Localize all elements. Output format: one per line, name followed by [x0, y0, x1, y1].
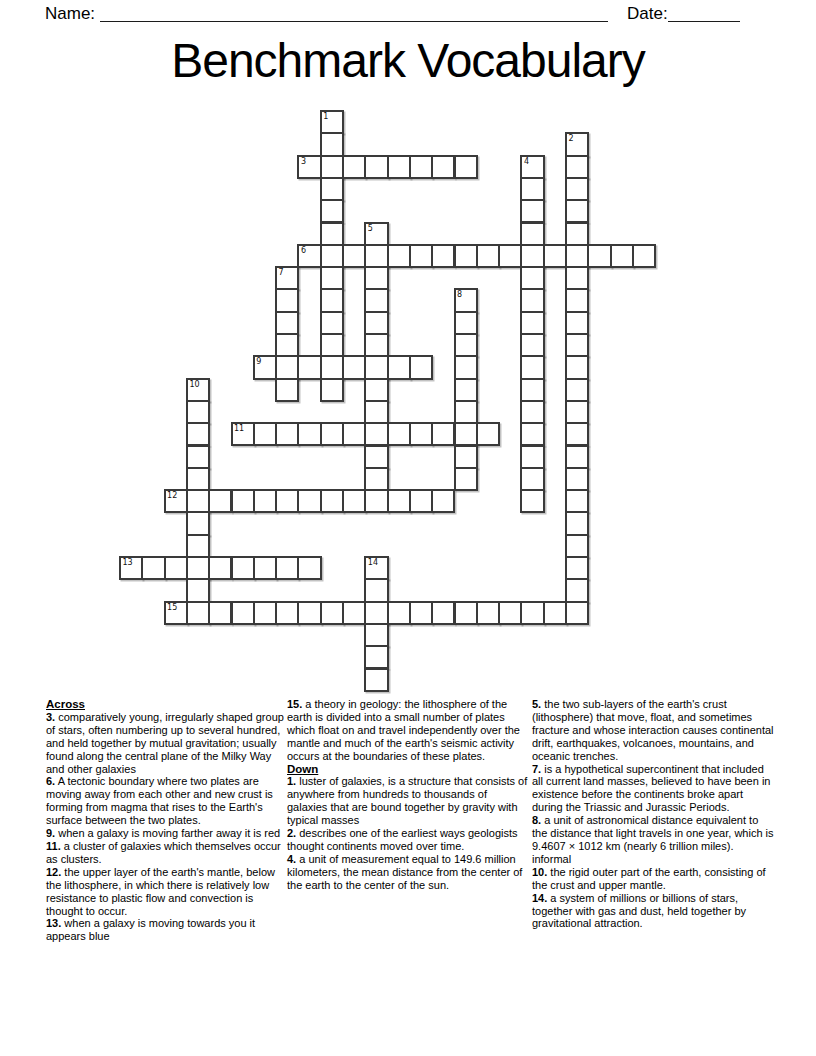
grid-cell[interactable] [565, 266, 589, 290]
grid-cell[interactable] [387, 355, 411, 379]
grid-cell[interactable] [275, 489, 299, 513]
clue-number-label: 1. [287, 775, 296, 787]
grid-cell[interactable] [320, 489, 344, 513]
clue-number: 8 [457, 290, 462, 299]
grid-cell[interactable] [520, 422, 544, 446]
grid-cell[interactable] [186, 467, 210, 491]
grid-cell[interactable] [186, 556, 210, 580]
grid-cell[interactable] [409, 155, 433, 179]
grid-cell[interactable] [520, 467, 544, 491]
grid-cell[interactable] [364, 668, 388, 692]
grid-cell[interactable] [275, 355, 299, 379]
date-label: Date: [627, 4, 668, 24]
grid-cell[interactable] [520, 445, 544, 469]
clue-number-label: 15. [287, 698, 302, 710]
grid-cell[interactable] [320, 311, 344, 335]
grid-cell[interactable] [610, 244, 634, 268]
clue-number: 7 [279, 268, 284, 277]
grid-cell[interactable] [520, 378, 544, 402]
grid-cell[interactable] [364, 489, 388, 513]
clue: 13. when a galaxy is moving towards you … [46, 917, 286, 943]
grid-cell[interactable] [320, 355, 344, 379]
grid-cell[interactable] [520, 177, 544, 201]
grid-cell[interactable] [565, 177, 589, 201]
grid-cell[interactable] [253, 422, 277, 446]
clue-number: 4 [524, 157, 529, 166]
grid-cell[interactable] [364, 645, 388, 669]
grid-cell[interactable] [342, 155, 366, 179]
grid-cell[interactable] [364, 400, 388, 424]
grid-cell[interactable]: 14 [364, 556, 388, 580]
grid-cell[interactable] [520, 601, 544, 625]
grid-cell[interactable] [186, 511, 210, 535]
clue: 8. a unit of astronomical distance equiv… [532, 814, 774, 866]
grid-cell[interactable] [520, 266, 544, 290]
grid-cell[interactable] [409, 489, 433, 513]
grid-cell[interactable] [364, 467, 388, 491]
grid-cell[interactable] [565, 445, 589, 469]
clue-column: 5. the two sub-layers of the earth's cru… [532, 698, 774, 930]
grid-cell[interactable] [565, 489, 589, 513]
crossword-grid: 123456789101112131415 [119, 110, 656, 691]
clue-number: 14 [368, 558, 378, 567]
grid-cell[interactable] [565, 355, 589, 379]
grid-cell[interactable] [320, 601, 344, 625]
grid-cell[interactable] [476, 601, 500, 625]
grid-cell[interactable] [208, 556, 232, 580]
grid-cell[interactable] [208, 601, 232, 625]
grid-cell[interactable] [520, 199, 544, 223]
grid-cell[interactable] [565, 601, 589, 625]
clue: 15. a theory in geology: the lithosphere… [287, 698, 530, 763]
grid-cell[interactable] [164, 556, 188, 580]
grid-cell[interactable] [320, 422, 344, 446]
grid-cell[interactable]: 7 [275, 266, 299, 290]
grid-cell[interactable] [275, 556, 299, 580]
clue-column: 15. a theory in geology: the lithosphere… [287, 698, 530, 892]
grid-cell[interactable] [587, 244, 611, 268]
grid-cell[interactable]: 11 [231, 422, 255, 446]
grid-cell[interactable] [476, 422, 500, 446]
grid-cell[interactable] [387, 155, 411, 179]
grid-cell[interactable]: 5 [364, 222, 388, 246]
clue: 2. describes one of the earliest ways ge… [287, 827, 530, 853]
grid-cell[interactable] [454, 378, 478, 402]
grid-cell[interactable] [543, 244, 567, 268]
grid-cell[interactable] [364, 378, 388, 402]
grid-cell[interactable] [320, 378, 344, 402]
grid-cell[interactable] [454, 422, 478, 446]
clue: 11. a cluster of galaxies which themselv… [46, 840, 286, 866]
grid-cell[interactable] [297, 489, 321, 513]
grid-cell[interactable] [498, 244, 522, 268]
grid-cell[interactable] [431, 422, 455, 446]
grid-cell[interactable] [364, 422, 388, 446]
grid-cell[interactable] [320, 244, 344, 268]
clue: 14. a system of millions or billions of … [532, 892, 774, 931]
grid-cell[interactable]: 8 [454, 288, 478, 312]
grid-cell[interactable] [565, 578, 589, 602]
grid-cell[interactable] [431, 601, 455, 625]
grid-cell[interactable] [342, 244, 366, 268]
grid-cell[interactable] [409, 244, 433, 268]
grid-cell[interactable] [409, 422, 433, 446]
grid-cell[interactable] [565, 199, 589, 223]
clue: 9. when a galaxy is moving farther away … [46, 827, 286, 840]
grid-cell[interactable] [454, 601, 478, 625]
grid-cell[interactable] [253, 601, 277, 625]
grid-cell[interactable] [387, 244, 411, 268]
grid-cell[interactable] [342, 355, 366, 379]
clue-number-label: 3. [46, 711, 55, 723]
grid-cell[interactable] [409, 355, 433, 379]
grid-cell[interactable] [565, 511, 589, 535]
clue-number-label: 7. [532, 763, 541, 775]
grid-cell[interactable] [454, 333, 478, 357]
clue-section-header: Across [46, 698, 286, 711]
grid-cell[interactable] [565, 311, 589, 335]
clue-number-label: 5. [532, 698, 541, 710]
grid-cell[interactable] [320, 288, 344, 312]
grid-cell[interactable] [320, 155, 344, 179]
clue: 4. a unit of measurement equal to 149.6 … [287, 853, 530, 892]
grid-cell[interactable] [431, 244, 455, 268]
grid-cell[interactable] [454, 467, 478, 491]
grid-cell[interactable] [253, 556, 277, 580]
clue-number: 9 [256, 357, 261, 366]
clue: 1. luster of galaxies, is a structure th… [287, 775, 530, 827]
clue-number-label: 10. [532, 866, 547, 878]
grid-cell[interactable] [454, 355, 478, 379]
grid-cell[interactable] [454, 445, 478, 469]
clue-number-label: 11. [46, 840, 61, 852]
grid-cell[interactable] [520, 333, 544, 357]
grid-cell[interactable] [320, 132, 344, 156]
clue-number-label: 9. [46, 827, 55, 839]
grid-cell[interactable] [275, 378, 299, 402]
clue-number: 2 [569, 134, 574, 143]
grid-cell[interactable] [186, 578, 210, 602]
grid-cell[interactable] [141, 556, 165, 580]
clue-number: 13 [123, 558, 133, 567]
grid-cell[interactable] [520, 244, 544, 268]
grid-cell[interactable] [186, 422, 210, 446]
grid-cell[interactable] [520, 400, 544, 424]
grid-cell[interactable] [320, 177, 344, 201]
grid-cell[interactable] [364, 244, 388, 268]
worksheet-page: Name: Date: Benchmark Vocabulary 1234567… [0, 0, 816, 1056]
clue: 12. the upper layer of the earth's mantl… [46, 866, 286, 918]
grid-cell[interactable] [231, 601, 255, 625]
grid-cell[interactable] [520, 355, 544, 379]
grid-cell[interactable] [498, 601, 522, 625]
grid-cell[interactable] [543, 601, 567, 625]
grid-cell[interactable] [520, 489, 544, 513]
grid-cell[interactable] [275, 311, 299, 335]
clue: 6. A tectonic boundary where two plates … [46, 775, 286, 827]
grid-cell[interactable] [565, 400, 589, 424]
clue-number: 5 [368, 224, 373, 233]
grid-cell[interactable] [186, 534, 210, 558]
grid-cell[interactable]: 15 [164, 601, 188, 625]
grid-cell[interactable] [275, 288, 299, 312]
grid-cell[interactable] [431, 155, 455, 179]
name-blank-line[interactable] [100, 5, 608, 22]
grid-cell[interactable] [297, 601, 321, 625]
clue-number-label: 8. [532, 814, 541, 826]
grid-cell[interactable] [231, 556, 255, 580]
grid-cell[interactable] [275, 422, 299, 446]
grid-cell[interactable] [364, 601, 388, 625]
grid-cell[interactable] [208, 489, 232, 513]
grid-cell[interactable] [342, 422, 366, 446]
clue-number-label: 4. [287, 853, 296, 865]
grid-cell[interactable]: 2 [565, 132, 589, 156]
grid-cell[interactable] [364, 623, 388, 647]
grid-cell[interactable] [565, 534, 589, 558]
clue-number-label: 14. [532, 892, 547, 904]
clue-column: Across3. comparatively young, irregularl… [46, 698, 286, 943]
clue-number: 6 [301, 246, 306, 255]
grid-cell[interactable] [297, 556, 321, 580]
clue-number: 1 [323, 112, 328, 121]
grid-cell[interactable] [520, 222, 544, 246]
name-label: Name: [45, 4, 95, 24]
grid-cell[interactable] [297, 422, 321, 446]
grid-cell[interactable] [364, 266, 388, 290]
clue-section-header: Down [287, 763, 530, 776]
grid-cell[interactable] [186, 489, 210, 513]
grid-cell[interactable] [231, 489, 255, 513]
grid-cell[interactable] [520, 311, 544, 335]
grid-cell[interactable]: 4 [520, 155, 544, 179]
grid-cell[interactable] [565, 378, 589, 402]
grid-cell[interactable] [409, 601, 433, 625]
grid-cell[interactable] [387, 422, 411, 446]
grid-cell[interactable] [520, 288, 544, 312]
grid-cell[interactable] [186, 601, 210, 625]
grid-cell[interactable] [275, 601, 299, 625]
clue-number: 11 [234, 424, 244, 433]
grid-cell[interactable]: 12 [164, 489, 188, 513]
grid-cell[interactable] [565, 155, 589, 179]
grid-cell[interactable] [565, 222, 589, 246]
grid-cell[interactable] [565, 244, 589, 268]
grid-cell[interactable] [454, 400, 478, 424]
grid-cell[interactable] [565, 556, 589, 580]
clue-number: 10 [189, 380, 199, 389]
grid-cell[interactable] [320, 199, 344, 223]
grid-cell[interactable] [364, 445, 388, 469]
grid-cell[interactable] [364, 578, 388, 602]
grid-cell[interactable] [565, 467, 589, 491]
clue-number-label: 13. [46, 917, 61, 929]
grid-cell[interactable] [632, 244, 656, 268]
grid-cell[interactable]: 10 [186, 378, 210, 402]
grid-cell[interactable] [454, 155, 478, 179]
grid-cell[interactable] [565, 288, 589, 312]
clue-number: 15 [167, 603, 177, 612]
grid-cell[interactable] [565, 422, 589, 446]
clue: 10. the rigid outer part of the earth, c… [532, 866, 774, 892]
grid-cell[interactable] [364, 333, 388, 357]
grid-cell[interactable] [364, 311, 388, 335]
grid-cell[interactable] [275, 333, 299, 357]
grid-cell[interactable] [364, 355, 388, 379]
grid-cell[interactable]: 1 [320, 110, 344, 134]
grid-cell[interactable] [342, 601, 366, 625]
grid-cell[interactable] [297, 355, 321, 379]
grid-cell[interactable] [387, 601, 411, 625]
grid-cell[interactable]: 9 [253, 355, 277, 379]
grid-cell[interactable] [476, 244, 500, 268]
grid-cell[interactable] [364, 155, 388, 179]
grid-cell[interactable] [387, 489, 411, 513]
grid-cell[interactable] [186, 400, 210, 424]
grid-cell[interactable] [186, 445, 210, 469]
grid-cell[interactable] [454, 244, 478, 268]
grid-cell[interactable] [320, 222, 344, 246]
grid-cell[interactable] [320, 266, 344, 290]
grid-cell[interactable]: 3 [297, 155, 321, 179]
clue-number-label: 6. [46, 775, 55, 787]
grid-cell[interactable] [364, 288, 388, 312]
clue: 5. the two sub-layers of the earth's cru… [532, 698, 774, 763]
clue-number-label: 12. [46, 866, 61, 878]
grid-cell[interactable] [454, 311, 478, 335]
page-title: Benchmark Vocabulary [0, 33, 816, 88]
grid-cell[interactable] [431, 489, 455, 513]
clue-number: 3 [301, 157, 306, 166]
clue: 3. comparatively young, irregularly shap… [46, 711, 286, 776]
grid-cell[interactable] [565, 333, 589, 357]
clue-number-label: 2. [287, 827, 296, 839]
grid-cell[interactable] [320, 333, 344, 357]
grid-cell[interactable]: 13 [119, 556, 143, 580]
grid-cell[interactable]: 6 [297, 244, 321, 268]
clue-number: 12 [167, 491, 177, 500]
grid-cell[interactable] [342, 489, 366, 513]
grid-cell[interactable] [253, 489, 277, 513]
clue: 7. is a hypothetical supercontinent that… [532, 763, 774, 815]
date-blank-line[interactable] [668, 5, 740, 22]
